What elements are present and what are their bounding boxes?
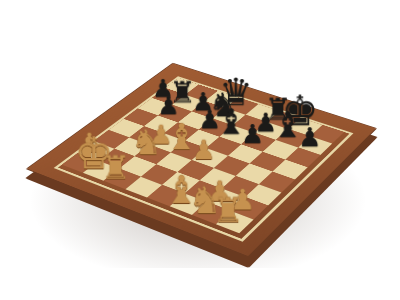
piece-white-knight[interactable]: ♞	[131, 125, 162, 159]
piece-black-pawn[interactable]: ♟	[241, 121, 264, 147]
board-3d-wrapper: ♛♜♚♟♜♟♞♟♝♟♟♟♝♟♟♝♟♞♟♟♟♚♜♝♞♜	[27, 63, 376, 256]
piece-white-pawn[interactable]: ♟	[192, 136, 216, 162]
piece-black-pawn[interactable]: ♟	[158, 93, 180, 118]
chess-photo-scene: ♛♜♚♟♜♟♞♟♝♟♟♟♝♟♟♝♟♞♟♟♟♚♜♝♞♜	[0, 0, 400, 300]
board-frame: ♛♜♚♟♜♟♞♟♝♟♟♟♝♟♟♝♟♞♟♟♟♚♜♝♞♜	[27, 63, 376, 256]
piece-white-rook[interactable]: ♜	[213, 193, 244, 227]
piece-white-rook[interactable]: ♜	[101, 151, 130, 183]
board-playing-area: ♛♜♚♟♜♟♞♟♝♟♟♟♝♟♟♝♟♞♟♟♟♚♜♝♞♜	[54, 76, 354, 241]
piece-black-pawn[interactable]: ♟	[298, 124, 321, 150]
square-h5[interactable]	[272, 159, 308, 179]
